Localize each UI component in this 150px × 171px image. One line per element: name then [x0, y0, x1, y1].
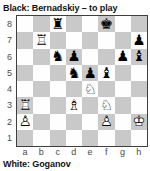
square-a7[interactable] — [17, 32, 33, 48]
file-label-f: f — [98, 147, 114, 157]
square-b8[interactable] — [33, 16, 49, 32]
file-label-c: c — [50, 147, 66, 157]
piece-white-king-h2[interactable]: ♚♔ — [131, 114, 147, 130]
square-b7[interactable]: ♜♖ — [33, 32, 49, 48]
file-labels: abcdefgh — [17, 147, 147, 157]
piece-black-bishop-h6[interactable]: ♝ — [131, 49, 147, 65]
rank-label-6: 6 — [0, 49, 16, 65]
square-a3[interactable]: ♜♖ — [17, 97, 33, 113]
square-f4[interactable] — [98, 81, 114, 97]
piece-black-knight-d5[interactable]: ♞ — [66, 65, 82, 81]
piece-outline: ♔ — [132, 114, 145, 129]
piece-black-pawn-e5[interactable]: ♟ — [82, 65, 98, 81]
square-e3[interactable] — [82, 97, 98, 113]
piece-black-pawn-d6[interactable]: ♟ — [66, 49, 82, 65]
rank-label-4: 4 — [0, 81, 16, 97]
square-b4[interactable] — [33, 81, 49, 97]
square-h2[interactable]: ♚♔ — [131, 114, 147, 130]
square-e4[interactable]: ♞♘ — [82, 81, 98, 97]
file-label-h: h — [131, 147, 147, 157]
piece-white-pawn-f2[interactable]: ♟♙ — [98, 114, 114, 130]
square-h7[interactable]: ♟ — [131, 32, 147, 48]
rank-labels: 87654321 — [0, 16, 16, 146]
square-e2[interactable] — [82, 114, 98, 130]
square-e8[interactable] — [82, 16, 98, 32]
square-f3[interactable]: ♞♘ — [98, 97, 114, 113]
rank-label-7: 7 — [0, 32, 16, 48]
square-d6[interactable]: ♟ — [66, 49, 82, 65]
board-area: 87654321 ♜♚♜♖♟♞♟♟♝♞♟♝♞♘♜♖♝♗♞♘♟♙♟♙♚♔ — [0, 15, 150, 147]
white-player-caption: White: Goganov — [0, 157, 150, 171]
square-a1[interactable] — [17, 130, 33, 146]
square-b1[interactable] — [33, 130, 49, 146]
file-label-g: g — [115, 147, 131, 157]
piece-black-knight-c6[interactable]: ♞ — [50, 49, 66, 65]
square-e1[interactable] — [82, 130, 98, 146]
square-b3[interactable] — [33, 97, 49, 113]
piece-outline: ♖ — [35, 33, 48, 48]
square-a4[interactable] — [17, 81, 33, 97]
rank-label-5: 5 — [0, 65, 16, 81]
square-a8[interactable] — [17, 16, 33, 32]
piece-outline: ♙ — [19, 114, 32, 129]
square-d5[interactable]: ♞ — [66, 65, 82, 81]
square-c3[interactable] — [50, 97, 66, 113]
square-g8[interactable] — [115, 16, 131, 32]
square-d4[interactable] — [66, 81, 82, 97]
square-f6[interactable] — [98, 49, 114, 65]
piece-white-rook-a3[interactable]: ♜♖ — [17, 97, 33, 113]
square-h4[interactable] — [131, 81, 147, 97]
square-c7[interactable] — [50, 32, 66, 48]
piece-white-bishop-d3[interactable]: ♝♗ — [66, 97, 82, 113]
square-c2[interactable] — [50, 114, 66, 130]
square-e5[interactable]: ♟ — [82, 65, 98, 81]
square-g4[interactable] — [115, 81, 131, 97]
square-h6[interactable]: ♝ — [131, 49, 147, 65]
square-c8[interactable]: ♜ — [50, 16, 66, 32]
piece-outline: ♘ — [84, 82, 97, 97]
piece-outline: ♘ — [100, 98, 113, 113]
square-f1[interactable] — [98, 130, 114, 146]
square-h3[interactable] — [131, 97, 147, 113]
square-b5[interactable] — [33, 65, 49, 81]
square-g6[interactable]: ♟ — [115, 49, 131, 65]
square-g1[interactable] — [115, 130, 131, 146]
square-d1[interactable] — [66, 130, 82, 146]
square-g7[interactable] — [115, 32, 131, 48]
square-f5[interactable]: ♝ — [98, 65, 114, 81]
piece-black-pawn-g6[interactable]: ♟ — [115, 49, 131, 65]
square-h5[interactable] — [131, 65, 147, 81]
piece-black-rook-c8[interactable]: ♜ — [50, 16, 66, 32]
square-b2[interactable] — [33, 114, 49, 130]
piece-white-pawn-a2[interactable]: ♟♙ — [17, 114, 33, 130]
piece-black-pawn-h7[interactable]: ♟ — [131, 32, 147, 48]
square-f7[interactable] — [98, 32, 114, 48]
rank-label-2: 2 — [0, 114, 16, 130]
square-d2[interactable] — [66, 114, 82, 130]
square-c1[interactable] — [50, 130, 66, 146]
square-g2[interactable] — [115, 114, 131, 130]
square-g5[interactable] — [115, 65, 131, 81]
square-d3[interactable]: ♝♗ — [66, 97, 82, 113]
file-label-d: d — [66, 147, 82, 157]
rank-label-8: 8 — [0, 16, 16, 32]
piece-black-king-f8[interactable]: ♚ — [98, 16, 114, 32]
square-a5[interactable] — [17, 65, 33, 81]
square-a2[interactable]: ♟♙ — [17, 114, 33, 130]
square-c5[interactable] — [50, 65, 66, 81]
chess-diagram: Black: Bernadskiy – to play 87654321 ♜♚♜… — [0, 0, 150, 171]
piece-white-knight-f3[interactable]: ♞♘ — [98, 97, 114, 113]
piece-black-bishop-f5[interactable]: ♝ — [98, 65, 114, 81]
chess-board: ♜♚♜♖♟♞♟♟♝♞♟♝♞♘♜♖♝♗♞♘♟♙♟♙♚♔ — [16, 15, 148, 147]
black-player-caption: Black: Bernadskiy – to play — [0, 0, 150, 15]
square-f8[interactable]: ♚ — [98, 16, 114, 32]
square-h8[interactable] — [131, 16, 147, 32]
square-c4[interactable] — [50, 81, 66, 97]
square-d8[interactable] — [66, 16, 82, 32]
rank-label-3: 3 — [0, 97, 16, 113]
square-a6[interactable] — [17, 49, 33, 65]
square-h1[interactable] — [131, 130, 147, 146]
square-f2[interactable]: ♟♙ — [98, 114, 114, 130]
square-g3[interactable] — [115, 97, 131, 113]
file-label-e: e — [82, 147, 98, 157]
square-b6[interactable] — [33, 49, 49, 65]
square-d7[interactable] — [66, 32, 82, 48]
file-label-a: a — [17, 147, 33, 157]
piece-white-rook-b7[interactable]: ♜♖ — [33, 32, 49, 48]
piece-outline: ♗ — [67, 98, 80, 113]
rank-label-1: 1 — [0, 130, 16, 146]
piece-outline: ♙ — [100, 114, 113, 129]
square-e6[interactable] — [82, 49, 98, 65]
piece-outline: ♖ — [19, 98, 32, 113]
square-e7[interactable] — [82, 32, 98, 48]
square-c6[interactable]: ♞ — [50, 49, 66, 65]
piece-white-knight-e4[interactable]: ♞♘ — [82, 81, 98, 97]
file-label-b: b — [33, 147, 49, 157]
